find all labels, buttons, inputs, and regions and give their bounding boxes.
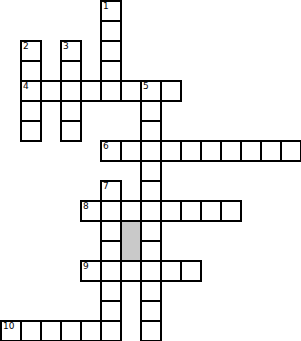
cell-r14-c5[interactable] [100, 280, 122, 302]
cell-r13-c5[interactable] [100, 260, 122, 282]
cell-r4-c1[interactable]: 4 [20, 80, 42, 102]
cell-r16-c5[interactable] [100, 320, 122, 341]
cell-r10-c11[interactable] [220, 200, 242, 222]
cell-r10-c4[interactable]: 8 [80, 200, 102, 222]
cell-r4-c6[interactable] [120, 80, 142, 102]
cell-r10-c10[interactable] [200, 200, 222, 222]
cell-r0-c5[interactable]: 1 [100, 0, 122, 22]
clue-number-3: 3 [63, 42, 69, 51]
cell-r4-c7[interactable]: 5 [140, 80, 162, 102]
cell-r7-c6[interactable] [120, 140, 142, 162]
cell-r10-c6[interactable] [120, 200, 142, 222]
clue-number-6: 6 [103, 142, 109, 151]
clue-number-9: 9 [83, 262, 89, 271]
cell-r8-c7[interactable] [140, 160, 162, 182]
cell-r13-c4[interactable]: 9 [80, 260, 102, 282]
cell-r9-c5[interactable]: 7 [100, 180, 122, 202]
cell-r13-c8[interactable] [160, 260, 182, 282]
cell-r10-c9[interactable] [180, 200, 202, 222]
cell-r7-c8[interactable] [160, 140, 182, 162]
cell-r7-c10[interactable] [200, 140, 222, 162]
cell-r3-c5[interactable] [100, 60, 122, 82]
crossword-grid: 12345678910 [1, 1, 301, 341]
cell-r6-c7[interactable] [140, 120, 162, 142]
cell-r10-c8[interactable] [160, 200, 182, 222]
cell-r16-c4[interactable] [80, 320, 102, 341]
cell-r5-c1[interactable] [20, 100, 42, 122]
cell-r6-c1[interactable] [20, 120, 42, 142]
cell-r2-c3[interactable]: 3 [60, 40, 82, 62]
cell-r2-c1[interactable]: 2 [20, 40, 42, 62]
cell-r14-c7[interactable] [140, 280, 162, 302]
cell-r10-c5[interactable] [100, 200, 122, 222]
cell-r12-c7[interactable] [140, 240, 162, 262]
cell-r16-c3[interactable] [60, 320, 82, 341]
cell-r4-c5[interactable] [100, 80, 122, 102]
cell-r15-c5[interactable] [100, 300, 122, 322]
cell-r16-c1[interactable] [20, 320, 42, 341]
cell-r3-c3[interactable] [60, 60, 82, 82]
cell-r4-c2[interactable] [40, 80, 62, 102]
clue-number-7: 7 [103, 182, 109, 191]
crossword-page: 12345678910 [0, 0, 301, 341]
cell-r4-c3[interactable] [60, 80, 82, 102]
cell-r16-c2[interactable] [40, 320, 62, 341]
clue-number-1: 1 [103, 2, 109, 11]
cell-r9-c7[interactable] [140, 180, 162, 202]
clue-number-4: 4 [23, 82, 29, 91]
cell-r5-c7[interactable] [140, 100, 162, 122]
cell-r13-c7[interactable] [140, 260, 162, 282]
clue-number-5: 5 [143, 82, 149, 91]
cell-r11-c7[interactable] [140, 220, 162, 242]
shaded-block-r11-c6 [120, 220, 142, 262]
clue-number-8: 8 [83, 202, 89, 211]
cell-r7-c5[interactable]: 6 [100, 140, 122, 162]
cell-r6-c3[interactable] [60, 120, 82, 142]
cell-r5-c3[interactable] [60, 100, 82, 122]
cell-r4-c4[interactable] [80, 80, 102, 102]
cell-r7-c7[interactable] [140, 140, 162, 162]
cell-r7-c13[interactable] [260, 140, 282, 162]
cell-r7-c11[interactable] [220, 140, 242, 162]
cell-r15-c7[interactable] [140, 300, 162, 322]
cell-r12-c5[interactable] [100, 240, 122, 262]
cell-r1-c5[interactable] [100, 20, 122, 42]
cell-r2-c5[interactable] [100, 40, 122, 62]
cell-r4-c8[interactable] [160, 80, 182, 102]
cell-r16-c7[interactable] [140, 320, 162, 341]
cell-r13-c6[interactable] [120, 260, 142, 282]
cell-r7-c12[interactable] [240, 140, 262, 162]
clue-number-10: 10 [3, 322, 14, 331]
cell-r13-c9[interactable] [180, 260, 202, 282]
clue-number-2: 2 [23, 42, 29, 51]
cell-r10-c7[interactable] [140, 200, 162, 222]
cell-r16-c0[interactable]: 10 [0, 320, 22, 341]
cell-r11-c5[interactable] [100, 220, 122, 242]
cell-r3-c1[interactable] [20, 60, 42, 82]
cell-r7-c9[interactable] [180, 140, 202, 162]
cell-r7-c14[interactable] [280, 140, 301, 162]
